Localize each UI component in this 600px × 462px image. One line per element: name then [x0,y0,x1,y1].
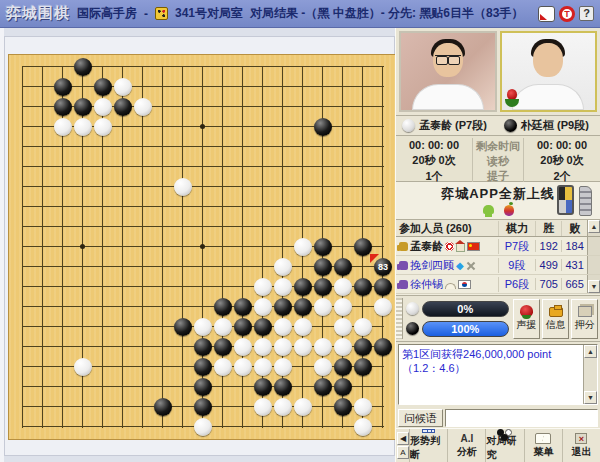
board-cell[interactable] [253,357,273,377]
board-cell[interactable] [353,377,373,397]
board-cell[interactable] [233,77,253,97]
board-cell[interactable] [53,397,73,417]
board-cell[interactable] [313,317,333,337]
board-cell[interactable] [293,297,313,317]
board-cell[interactable] [133,157,153,177]
board-cell[interactable] [313,257,333,277]
menu-button[interactable]: 菜单 [524,429,562,462]
board-cell[interactable] [53,177,73,197]
board-cell[interactable] [53,317,73,337]
board-cell[interactable] [33,377,53,397]
board-cell[interactable] [373,417,393,437]
board-cell[interactable] [213,57,233,77]
board-cell[interactable] [93,277,113,297]
board-cell[interactable] [73,197,93,217]
board-cell[interactable] [53,377,73,397]
board-cell[interactable] [193,337,213,357]
board-cell[interactable] [13,177,33,197]
board-cell[interactable] [313,57,333,77]
board-cell[interactable] [313,97,333,117]
board-cell[interactable] [213,237,233,257]
judge-button[interactable]: 形势判断 [409,429,447,462]
board-cell[interactable] [373,357,393,377]
board-cell[interactable] [113,357,133,377]
board-cell[interactable] [253,177,273,197]
board-cell[interactable] [73,117,93,137]
board-cell[interactable] [53,357,73,377]
board-cell[interactable] [113,337,133,357]
board-cell[interactable] [353,197,373,217]
board-cell[interactable] [93,417,113,437]
board-cell[interactable] [373,77,393,97]
board-cell[interactable] [33,177,53,197]
board-cell[interactable] [333,397,353,417]
board-cell[interactable] [173,137,193,157]
board-cell[interactable] [173,417,193,437]
board-cell[interactable] [233,277,253,297]
board-cell[interactable] [13,337,33,357]
board-cell[interactable] [313,157,333,177]
board-cell[interactable] [213,117,233,137]
board-cell[interactable] [273,177,293,197]
board-cell[interactable] [273,157,293,177]
board-cell[interactable] [113,117,133,137]
board-cell[interactable] [33,357,53,377]
board-cell[interactable] [113,97,133,117]
board-cell[interactable] [193,57,213,77]
board-cell[interactable] [153,197,173,217]
board-cell[interactable] [253,237,273,257]
board-cell[interactable] [173,257,193,277]
board-cell[interactable] [33,217,53,237]
board-cell[interactable] [53,57,73,77]
board-cell[interactable] [293,117,313,137]
board-cell[interactable] [233,157,253,177]
board-cell[interactable] [33,197,53,217]
board-cell[interactable] [253,157,273,177]
board-cell[interactable] [293,217,313,237]
board-cell[interactable] [73,317,93,337]
board-cell[interactable] [53,157,73,177]
board-cell[interactable] [33,57,53,77]
board-cell[interactable] [353,277,373,297]
board-cell[interactable] [73,137,93,157]
board-cell[interactable] [253,377,273,397]
board-cell[interactable] [313,397,333,417]
board-cell[interactable] [193,217,213,237]
board-cell[interactable] [33,257,53,277]
board-cell[interactable] [353,57,373,77]
board-cell[interactable] [233,237,253,257]
board-cell[interactable] [373,97,393,117]
board-cell[interactable] [93,357,113,377]
board-cell[interactable] [173,317,193,337]
board-cell[interactable] [273,297,293,317]
board-cell[interactable] [313,377,333,397]
board-cell[interactable] [113,417,133,437]
board-cell[interactable] [193,357,213,377]
board-cell[interactable] [353,117,373,137]
board-cell[interactable] [53,297,73,317]
board-cell[interactable] [213,217,233,237]
board-cell[interactable] [73,397,93,417]
board-cell[interactable] [193,257,213,277]
board-cell[interactable] [93,77,113,97]
board-cell[interactable] [53,237,73,257]
board-cell[interactable] [173,177,193,197]
board-cell[interactable] [113,197,133,217]
board-cell[interactable] [313,337,333,357]
board-cell[interactable] [373,317,393,337]
board-cell[interactable] [133,57,153,77]
board-cell[interactable] [273,417,293,437]
board-cell[interactable] [353,417,373,437]
board-cell[interactable] [253,77,273,97]
board-cell[interactable] [13,397,33,417]
board-cell[interactable] [73,297,93,317]
board-cell[interactable] [13,57,33,77]
board-cell[interactable] [73,357,93,377]
board-cell[interactable] [213,397,233,417]
board-cell[interactable] [233,397,253,417]
board-cell[interactable] [293,357,313,377]
board-cell[interactable] [333,357,353,377]
board-cell[interactable] [313,77,333,97]
board-cell[interactable] [93,117,113,137]
board-cell[interactable] [133,137,153,157]
board-cell[interactable] [373,297,393,317]
board-cell[interactable] [353,337,373,357]
board-cell[interactable] [253,137,273,157]
board-cell[interactable] [333,417,353,437]
board-cell[interactable] [53,217,73,237]
board-cell[interactable] [33,417,53,437]
participant-row[interactable]: 孟泰龄P7段192184 [396,237,600,256]
board-cell[interactable] [373,377,393,397]
board-cell[interactable] [53,257,73,277]
board-cell[interactable] [333,57,353,77]
board-cell[interactable] [213,157,233,177]
board-cell[interactable] [313,357,333,377]
board-cell[interactable] [133,77,153,97]
board-cell[interactable] [53,137,73,157]
board-cell[interactable] [153,217,173,237]
board-cell[interactable] [353,297,373,317]
board-cell[interactable] [273,77,293,97]
board-cell[interactable] [333,257,353,277]
board-cell[interactable] [133,277,153,297]
board-cell[interactable] [173,217,193,237]
scroll-down-button[interactable]: ▼ [584,391,597,404]
board-cell[interactable] [33,237,53,257]
board-cell[interactable] [153,157,173,177]
board-cell[interactable] [13,417,33,437]
board-cell[interactable] [133,97,153,117]
board-cell[interactable] [213,317,233,337]
board-cell[interactable] [13,277,33,297]
board-cell[interactable] [93,217,113,237]
board-cell[interactable] [193,317,213,337]
board-cell[interactable] [113,177,133,197]
collapse-button[interactable]: ◀ [397,432,409,445]
board-cell[interactable] [133,397,153,417]
board-cell[interactable] [213,77,233,97]
board-cell[interactable] [153,377,173,397]
board-cell[interactable] [93,137,113,157]
board-cell[interactable] [373,177,393,197]
board-cell[interactable] [73,417,93,437]
board-cell[interactable] [133,297,153,317]
board-cell[interactable] [233,417,253,437]
board-cell[interactable] [273,237,293,257]
board-cell[interactable] [313,237,333,257]
board-cell[interactable] [133,317,153,337]
board-cell[interactable] [373,137,393,157]
board-cell[interactable] [293,177,313,197]
board-cell[interactable] [153,317,173,337]
board-cell[interactable] [173,197,193,217]
board-cell[interactable] [13,357,33,377]
participant-row[interactable]: 徐仲锡P6段705665▼ [396,275,600,294]
board-cell[interactable] [133,357,153,377]
board-cell[interactable] [233,257,253,277]
board-cell[interactable] [93,377,113,397]
board-cell[interactable] [373,217,393,237]
board-cell[interactable] [173,97,193,117]
app-banner[interactable]: 弈城APP全新上线 [396,182,600,220]
board-cell[interactable] [293,377,313,397]
board-cell[interactable] [153,397,173,417]
chat-input[interactable] [445,409,598,427]
board-cell[interactable] [13,217,33,237]
board-cell[interactable] [313,117,333,137]
board-cell[interactable] [253,257,273,277]
board-cell[interactable] [113,257,133,277]
board-cell[interactable] [113,297,133,317]
board-cell[interactable] [353,157,373,177]
board-cell[interactable] [293,157,313,177]
board-cell[interactable] [233,57,253,77]
board-cell[interactable] [53,197,73,217]
board-cell[interactable] [193,237,213,257]
board-cell[interactable] [193,77,213,97]
board-cell[interactable] [93,97,113,117]
board-cell[interactable] [273,257,293,277]
board-cell[interactable] [113,397,133,417]
scroll-down-button[interactable]: ▼ [588,280,600,293]
game-research-button[interactable]: 对局研究 [485,429,523,462]
board-cell[interactable] [13,77,33,97]
board-cell[interactable] [333,177,353,197]
board-cell[interactable] [173,357,193,377]
board-cell[interactable] [213,177,233,197]
board-cell[interactable] [293,137,313,157]
board-cell[interactable] [33,97,53,117]
board-cell[interactable] [73,97,93,117]
board-cell[interactable] [93,197,113,217]
board-cell[interactable] [193,137,213,157]
board-cell[interactable] [293,197,313,217]
board-cell[interactable] [33,77,53,97]
board-cell[interactable] [53,97,73,117]
board-cell[interactable] [213,197,233,217]
board-cell[interactable] [333,337,353,357]
board-cell[interactable] [293,257,313,277]
board-cell[interactable] [313,177,333,197]
board-cell[interactable] [133,377,153,397]
board-cell[interactable] [193,177,213,197]
board-cell[interactable] [233,197,253,217]
board-cell[interactable] [173,157,193,177]
board-cell[interactable] [253,57,273,77]
board-cell[interactable] [193,397,213,417]
board-cell[interactable] [293,97,313,117]
board-cell[interactable] [353,137,373,157]
board-cell[interactable] [313,137,333,157]
scroll-up-button[interactable]: ▲ [584,345,597,358]
board-cell[interactable] [93,257,113,277]
board-cell[interactable] [213,297,233,317]
board-cell[interactable] [293,417,313,437]
board-cell[interactable] [233,357,253,377]
board-cell[interactable] [153,77,173,97]
board-cell[interactable] [113,77,133,97]
board-cell[interactable] [333,77,353,97]
board-cell[interactable] [133,237,153,257]
board-cell[interactable] [93,397,113,417]
board-cell[interactable] [293,77,313,97]
board-cell[interactable] [113,57,133,77]
board-cell[interactable] [173,397,193,417]
board-cell[interactable] [373,117,393,137]
board-cell[interactable] [313,277,333,297]
board-cell[interactable] [213,257,233,277]
board-cell[interactable] [153,177,173,197]
board-cell[interactable] [293,337,313,357]
board-cell[interactable] [33,137,53,157]
board-cell[interactable] [133,337,153,357]
board-cell[interactable] [333,277,353,297]
board-cell[interactable] [113,277,133,297]
board-cell[interactable] [233,117,253,137]
board-cell[interactable] [73,57,93,77]
board-cell[interactable] [33,317,53,337]
board-cell[interactable] [273,57,293,77]
board-cell[interactable] [173,77,193,97]
board-cell[interactable] [173,117,193,137]
board-cell[interactable] [273,377,293,397]
board-cell[interactable] [233,317,253,337]
board-cell[interactable] [93,157,113,177]
board-cell[interactable] [93,57,113,77]
board-cell[interactable] [33,117,53,137]
board-cell[interactable] [293,57,313,77]
board-cell[interactable] [373,337,393,357]
board-cell[interactable] [273,217,293,237]
board-cell[interactable] [133,257,153,277]
board-cell[interactable] [233,137,253,157]
board-cell[interactable] [73,177,93,197]
board-cell[interactable] [33,337,53,357]
board-cell[interactable] [13,237,33,257]
board-cell[interactable] [293,397,313,417]
board-cell[interactable] [253,97,273,117]
board-cell[interactable] [273,337,293,357]
board-cell[interactable] [113,157,133,177]
board-cell[interactable] [113,317,133,337]
board-cell[interactable] [153,337,173,357]
board-cell[interactable] [273,117,293,137]
board-cell[interactable] [33,157,53,177]
board-cell[interactable] [273,277,293,297]
board-cell[interactable] [213,357,233,377]
board-cell[interactable] [273,97,293,117]
board-cell[interactable] [253,337,273,357]
board-cell[interactable] [53,117,73,137]
board-cell[interactable] [133,177,153,197]
board-cell[interactable] [273,317,293,337]
board-cell[interactable] [193,297,213,317]
board-cell[interactable] [353,357,373,377]
board-cell[interactable] [173,297,193,317]
board-cell[interactable] [213,337,233,357]
board-cell[interactable] [253,417,273,437]
board-cell[interactable] [153,237,173,257]
board-cell[interactable] [13,157,33,177]
board-cell[interactable] [213,417,233,437]
board-cell[interactable] [253,197,273,217]
board-cell[interactable] [233,97,253,117]
board-cell[interactable] [13,117,33,137]
board-cell[interactable] [13,257,33,277]
board-cell[interactable] [53,417,73,437]
board-cell[interactable] [153,117,173,137]
board-cell[interactable] [373,57,393,77]
bet-button[interactable]: 押分 [571,299,598,339]
board-cell[interactable] [273,137,293,157]
board-cell[interactable] [73,237,93,257]
board-cell[interactable] [193,197,213,217]
board-cell[interactable] [213,377,233,397]
board-cell[interactable] [293,237,313,257]
info-button[interactable]: 信息 [542,299,569,339]
board-cell[interactable] [113,237,133,257]
board-cell[interactable] [73,277,93,297]
board-cell[interactable]: 83 [373,257,393,277]
board-cell[interactable] [13,197,33,217]
board-cell[interactable] [93,237,113,257]
board-cell[interactable] [153,297,173,317]
board-cell[interactable] [133,217,153,237]
board-cell[interactable] [153,277,173,297]
board-cell[interactable] [353,217,373,237]
board-cell[interactable] [113,137,133,157]
board-cell[interactable] [173,237,193,257]
board-cell[interactable] [13,137,33,157]
board-cell[interactable] [73,77,93,97]
board-cell[interactable] [193,157,213,177]
board-cell[interactable] [13,97,33,117]
board-cell[interactable] [253,317,273,337]
board-cell[interactable] [233,217,253,237]
board-cell[interactable] [33,397,53,417]
board-cell[interactable] [353,397,373,417]
board-cell[interactable] [313,417,333,437]
a-button[interactable]: A [397,446,409,459]
board-cell[interactable] [273,397,293,417]
board-cell[interactable] [253,397,273,417]
board-cell[interactable] [153,57,173,77]
